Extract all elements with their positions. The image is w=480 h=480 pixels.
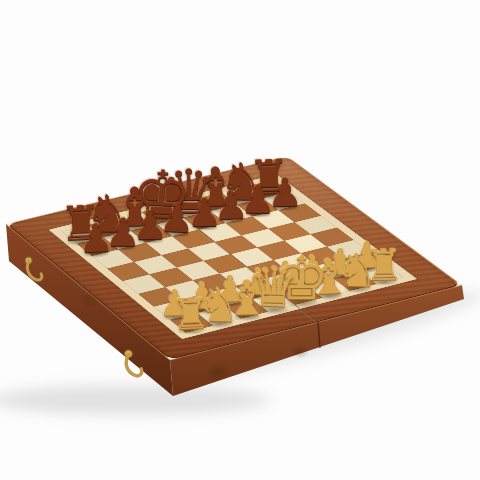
- chess-set-photo: ♜♞♟♝♟♛♟♚♟♝♟♞♟♜♟♟♟♟♜♟♞♟♝♟♚♟♛♟♝♟♞♜ Both ar…: [0, 0, 480, 480]
- pieces-layer: ♜♞♟♝♟♛♟♚♟♝♟♞♟♜♟♟♟♟♜♟♞♟♝♟♚♟♛♟♝♟♞♜: [0, 0, 480, 480]
- rook-glyph: ♜: [171, 293, 211, 337]
- pawn-glyph: ♟: [78, 218, 115, 259]
